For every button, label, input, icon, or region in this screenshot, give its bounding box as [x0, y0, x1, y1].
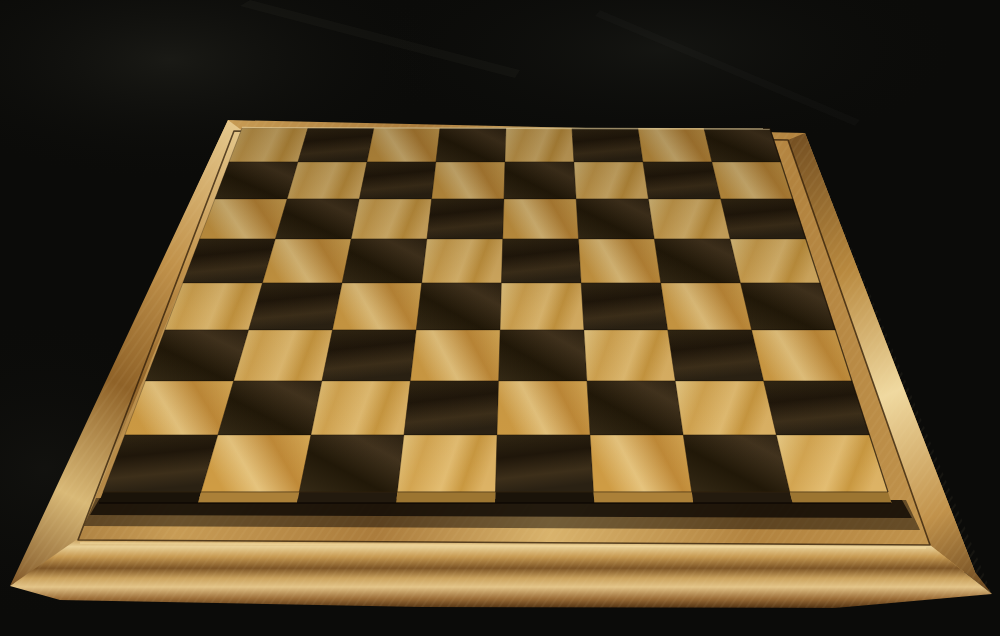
board-edge-h — [790, 492, 892, 503]
square-g4[interactable] — [661, 283, 752, 330]
square-d3[interactable] — [410, 330, 500, 381]
scene-svg — [0, 0, 1000, 636]
board-edge-a — [99, 492, 201, 503]
square-g3[interactable] — [668, 330, 764, 381]
square-g6[interactable] — [649, 199, 731, 239]
square-e8[interactable] — [505, 128, 574, 162]
square-f7[interactable] — [574, 162, 649, 199]
square-b3[interactable] — [234, 330, 333, 381]
square-d1[interactable] — [397, 435, 497, 492]
square-a7[interactable] — [215, 162, 298, 199]
square-c5[interactable] — [342, 239, 427, 283]
square-a6[interactable] — [200, 199, 288, 239]
square-g5[interactable] — [654, 239, 740, 283]
square-e6[interactable] — [503, 199, 579, 239]
square-e1[interactable] — [496, 435, 594, 492]
square-c1[interactable] — [299, 435, 404, 492]
square-g2[interactable] — [675, 381, 776, 435]
photo-scene — [0, 0, 1000, 636]
board-edge-d — [396, 492, 495, 503]
square-e5[interactable] — [502, 239, 582, 283]
square-g8[interactable] — [638, 128, 712, 162]
square-f5[interactable] — [579, 239, 661, 283]
board-edge-g — [692, 492, 793, 503]
square-b4[interactable] — [249, 283, 343, 330]
square-f4[interactable] — [581, 283, 668, 330]
square-a8[interactable] — [229, 128, 308, 162]
square-d6[interactable] — [427, 199, 504, 239]
square-b7[interactable] — [287, 162, 367, 199]
square-c7[interactable] — [359, 162, 436, 199]
square-f6[interactable] — [576, 199, 654, 239]
square-f8[interactable] — [572, 128, 643, 162]
square-g7[interactable] — [643, 162, 721, 199]
square-h4[interactable] — [741, 283, 836, 330]
square-d4[interactable] — [416, 283, 501, 330]
square-h3[interactable] — [752, 330, 852, 381]
square-b8[interactable] — [298, 128, 374, 162]
square-c3[interactable] — [322, 330, 416, 381]
square-f1[interactable] — [590, 435, 692, 492]
square-h8[interactable] — [704, 128, 781, 162]
board-edge-c — [297, 492, 397, 503]
square-d5[interactable] — [422, 239, 503, 283]
square-e7[interactable] — [504, 162, 576, 199]
board-edge-faces — [99, 492, 892, 503]
square-b6[interactable] — [275, 199, 359, 239]
square-b5[interactable] — [263, 239, 352, 283]
square-b2[interactable] — [218, 381, 322, 435]
square-d2[interactable] — [404, 381, 499, 435]
square-d7[interactable] — [432, 162, 505, 199]
square-h5[interactable] — [730, 239, 820, 283]
square-c8[interactable] — [367, 128, 440, 162]
square-c2[interactable] — [311, 381, 410, 435]
board-edge-e — [495, 492, 594, 503]
square-h7[interactable] — [712, 162, 793, 199]
square-d8[interactable] — [436, 128, 506, 162]
square-c6[interactable] — [351, 199, 432, 239]
square-g1[interactable] — [683, 435, 790, 492]
square-f3[interactable] — [584, 330, 675, 381]
square-e4[interactable] — [500, 283, 584, 330]
square-f2[interactable] — [587, 381, 683, 435]
square-h1[interactable] — [776, 435, 888, 492]
square-h2[interactable] — [764, 381, 870, 435]
square-b1[interactable] — [201, 435, 311, 492]
board-edge-b — [198, 492, 299, 503]
square-c4[interactable] — [333, 283, 422, 330]
square-e3[interactable] — [499, 330, 587, 381]
square-e2[interactable] — [497, 381, 590, 435]
square-h6[interactable] — [721, 199, 806, 239]
board-edge-f — [594, 492, 694, 503]
